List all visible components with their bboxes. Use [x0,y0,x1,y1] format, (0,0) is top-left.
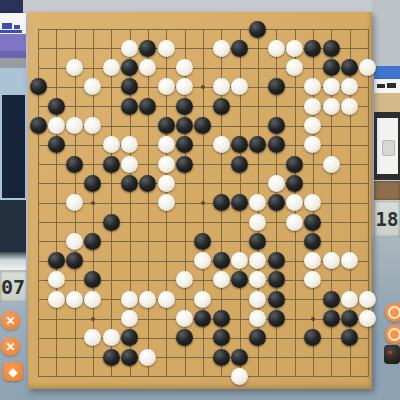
left-game-clock: 07 [0,271,27,302]
white-stone [194,252,211,269]
white-stone [84,329,101,346]
white-stone [84,117,101,134]
left-screen-snow-image [0,252,26,270]
black-stone [84,175,101,192]
black-stone [103,214,120,231]
black-stone [194,233,211,250]
black-stone [249,21,266,38]
black-stone [121,78,138,95]
white-stone [286,40,303,57]
left-monitor-screen [2,95,25,198]
white-stone [304,117,321,134]
white-stone [304,78,321,95]
white-stone [268,175,285,192]
black-stone [121,175,138,192]
right-white-logo-box [374,79,400,93]
black-stone [139,175,156,192]
white-stone [48,291,65,308]
black-stone [213,98,230,115]
white-stone [158,175,175,192]
black-stone [323,310,340,327]
white-stone [84,78,101,95]
black-stone [268,252,285,269]
white-stone [304,98,321,115]
white-stone [84,291,101,308]
black-stone [231,136,248,153]
black-stone [304,233,321,250]
go-board [28,12,372,389]
black-stone [84,233,101,250]
white-stone [249,310,266,327]
white-stone [103,59,120,76]
screenshot-root: 07 ✕ ✕ ◆ 18 [0,0,400,400]
black-stone [268,310,285,327]
white-stone [66,194,83,211]
black-stone [231,40,248,57]
white-stone [213,136,230,153]
close-icon[interactable]: ✕ [1,337,20,356]
black-stone [323,291,340,308]
right-game-clock: 18 [374,201,400,237]
black-stone [268,78,285,95]
right-top-gray-area [372,0,400,66]
white-stone [286,59,303,76]
black-stone [48,252,65,269]
black-stone [304,329,321,346]
black-stone [323,40,340,57]
black-stone [121,59,138,76]
black-stone [84,271,101,288]
white-stone [304,136,321,153]
left-card-logo-icon [2,23,12,29]
white-stone [341,78,358,95]
white-stone [66,59,83,76]
white-stone [268,40,285,57]
black-stone [231,156,248,173]
white-stone [176,271,193,288]
circle-marker-icon[interactable] [385,303,400,322]
white-stone [249,194,266,211]
white-stone [286,214,303,231]
black-stone [341,310,358,327]
dark-figurine [384,345,400,364]
black-stone [48,98,65,115]
white-stone [66,117,83,134]
black-stone [231,194,248,211]
black-stone [139,98,156,115]
left-top-navy-strip [0,0,23,14]
close-icon[interactable]: ✕ [1,311,20,330]
black-stone [341,329,358,346]
white-stone [304,252,321,269]
white-stone [48,271,65,288]
grid-line-horizontal [38,376,369,377]
white-stone [121,136,138,153]
black-stone [286,156,303,173]
white-stone [121,40,138,57]
black-stone [304,40,321,57]
black-stone [176,136,193,153]
right-small-photo [374,181,400,200]
white-stone [304,194,321,211]
circle-marker-icon[interactable] [385,325,400,344]
white-stone [231,252,248,269]
white-stone [249,252,266,269]
black-stone [268,271,285,288]
black-stone [30,117,47,134]
black-stone [323,59,340,76]
black-stone [213,252,230,269]
right-blue-banner [374,66,400,79]
black-stone [48,136,65,153]
white-stone [323,252,340,269]
white-stone [231,368,248,385]
white-stone [286,194,303,211]
black-stone [268,194,285,211]
white-stone [249,291,266,308]
black-stone [231,349,248,366]
gem-icon[interactable]: ◆ [3,362,23,381]
white-stone [341,252,358,269]
black-stone [176,98,193,115]
black-stone [176,117,193,134]
right-monitor [374,112,400,180]
white-stone [231,78,248,95]
black-stone [121,349,138,366]
right-beige-strip [374,93,400,112]
black-stone [66,252,83,269]
black-stone [268,136,285,153]
black-stone [30,78,47,95]
white-stone [48,117,65,134]
white-stone [158,136,175,153]
white-stone [139,291,156,308]
white-stone [323,78,340,95]
star-point [311,317,315,321]
white-stone [176,310,193,327]
black-stone [249,329,266,346]
star-point [91,201,95,205]
black-stone [176,329,193,346]
grid-line-horizontal [38,357,369,358]
white-stone [121,156,138,173]
black-stone [213,194,230,211]
white-stone [121,310,138,327]
white-stone [139,59,156,76]
black-stone [121,98,138,115]
star-point [201,201,205,205]
star-point [91,317,95,321]
white-stone [176,78,193,95]
white-stone [158,291,175,308]
black-stone [304,214,321,231]
black-stone [194,117,211,134]
white-stone [304,271,321,288]
star-point [201,85,205,89]
white-stone [323,98,340,115]
white-stone [158,78,175,95]
white-stone [158,156,175,173]
white-stone [213,78,230,95]
black-stone [213,310,230,327]
black-stone [103,349,120,366]
black-stone [249,136,266,153]
white-stone [121,291,138,308]
black-stone [103,156,120,173]
white-stone [323,156,340,173]
left-card-underline [0,30,22,33]
black-stone [213,349,230,366]
black-stone [176,156,193,173]
white-stone [194,291,211,308]
black-stone [158,117,175,134]
white-stone [103,136,120,153]
left-lower-screen [0,200,26,270]
black-stone [139,40,156,57]
black-stone [341,59,358,76]
black-stone [286,175,303,192]
white-stone [213,271,230,288]
left-gray-band [0,58,26,68]
left-purple-band-dark [0,51,26,58]
black-stone [268,117,285,134]
white-stone [341,98,358,115]
black-stone [249,233,266,250]
white-stone [158,40,175,57]
black-stone [121,329,138,346]
black-stone [231,271,248,288]
white-stone [139,349,156,366]
white-stone [158,194,175,211]
black-stone [194,310,211,327]
black-stone [268,291,285,308]
white-stone [213,40,230,57]
left-card-logo-icon [14,25,20,29]
left-monitor [0,68,27,200]
white-stone [66,233,83,250]
white-stone [66,291,83,308]
white-stone [341,291,358,308]
black-stone [66,156,83,173]
white-stone [176,59,193,76]
white-stone [249,271,266,288]
white-stone [249,214,266,231]
white-stone [103,329,120,346]
black-stone [213,329,230,346]
right-screen-card [382,140,395,156]
right-monitor-screen [377,118,398,174]
